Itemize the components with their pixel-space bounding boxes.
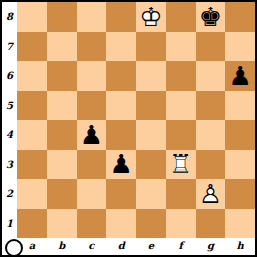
rank-label-7: 7 <box>2 32 17 62</box>
square-a2[interactable] <box>17 179 47 209</box>
rank-label-2: 2 <box>2 179 17 209</box>
square-h7[interactable] <box>225 32 255 62</box>
square-b6[interactable] <box>47 61 77 91</box>
square-d6[interactable] <box>106 61 136 91</box>
rank-label-6: 6 <box>2 61 17 91</box>
square-g5[interactable] <box>196 91 226 121</box>
black-king-icon: ♚ <box>196 2 226 32</box>
file-label-b: b <box>47 238 77 255</box>
square-f3[interactable]: ♜♖ <box>166 150 196 180</box>
square-d4[interactable] <box>106 120 136 150</box>
white-king-icon: ♔ <box>136 2 166 32</box>
square-a5[interactable] <box>17 91 47 121</box>
square-b4[interactable] <box>47 120 77 150</box>
square-d7[interactable] <box>106 32 136 62</box>
rank-label-8: 8 <box>2 2 17 32</box>
square-f8[interactable] <box>166 2 196 32</box>
square-b8[interactable] <box>47 2 77 32</box>
white-pawn-icon: ♙ <box>196 179 226 209</box>
white-rook-icon: ♖ <box>166 150 196 180</box>
square-a8[interactable] <box>17 2 47 32</box>
square-f6[interactable] <box>166 61 196 91</box>
piece-white-pawn-g2[interactable]: ♟♙ <box>196 179 226 209</box>
square-e3[interactable] <box>136 150 166 180</box>
square-a7[interactable] <box>17 32 47 62</box>
square-c1[interactable] <box>77 209 107 239</box>
square-c6[interactable] <box>77 61 107 91</box>
square-d3[interactable]: ♟ <box>106 150 136 180</box>
square-c7[interactable] <box>77 32 107 62</box>
rank-label-4: 4 <box>2 120 17 150</box>
square-a3[interactable] <box>17 150 47 180</box>
square-g3[interactable] <box>196 150 226 180</box>
square-c8[interactable] <box>77 2 107 32</box>
rank-labels: 87654321 <box>2 2 17 238</box>
black-pawn-icon: ♟ <box>106 150 136 180</box>
square-g2[interactable]: ♟♙ <box>196 179 226 209</box>
file-label-c: c <box>77 238 107 255</box>
rank-label-5: 5 <box>2 91 17 121</box>
piece-black-pawn-h6[interactable]: ♟ <box>225 61 255 91</box>
square-g4[interactable] <box>196 120 226 150</box>
rank-label-3: 3 <box>2 150 17 180</box>
square-g6[interactable] <box>196 61 226 91</box>
square-c2[interactable] <box>77 179 107 209</box>
square-f5[interactable] <box>166 91 196 121</box>
square-g1[interactable] <box>196 209 226 239</box>
square-d5[interactable] <box>106 91 136 121</box>
piece-black-pawn-d3[interactable]: ♟ <box>106 150 136 180</box>
square-h2[interactable] <box>225 179 255 209</box>
board: ♚♔♚♟♟♟♜♖♟♙ <box>17 2 255 238</box>
square-h5[interactable] <box>225 91 255 121</box>
black-pawn-icon: ♟ <box>77 120 107 150</box>
square-b7[interactable] <box>47 32 77 62</box>
square-e6[interactable] <box>136 61 166 91</box>
square-g8[interactable]: ♚ <box>196 2 226 32</box>
file-labels: abcdefgh <box>17 238 255 255</box>
square-c4[interactable]: ♟ <box>77 120 107 150</box>
piece-white-king-e8[interactable]: ♚♔ <box>136 2 166 32</box>
square-h6[interactable]: ♟ <box>225 61 255 91</box>
piece-black-king-g8[interactable]: ♚ <box>196 2 226 32</box>
square-g7[interactable] <box>196 32 226 62</box>
square-h3[interactable] <box>225 150 255 180</box>
square-d8[interactable] <box>106 2 136 32</box>
white-to-move-indicator <box>5 239 23 257</box>
square-d1[interactable] <box>106 209 136 239</box>
file-label-f: f <box>166 238 196 255</box>
square-f1[interactable] <box>166 209 196 239</box>
square-e8[interactable]: ♚♔ <box>136 2 166 32</box>
square-f2[interactable] <box>166 179 196 209</box>
square-c3[interactable] <box>77 150 107 180</box>
square-e4[interactable] <box>136 120 166 150</box>
square-b1[interactable] <box>47 209 77 239</box>
square-d2[interactable] <box>106 179 136 209</box>
square-f7[interactable] <box>166 32 196 62</box>
file-label-h: h <box>225 238 255 255</box>
square-c5[interactable] <box>77 91 107 121</box>
piece-black-pawn-c4[interactable]: ♟ <box>77 120 107 150</box>
square-a1[interactable] <box>17 209 47 239</box>
square-a6[interactable] <box>17 61 47 91</box>
square-a4[interactable] <box>17 120 47 150</box>
file-label-d: d <box>106 238 136 255</box>
chess-diagram: 87654321 ♚♔♚♟♟♟♜♖♟♙ abcdefgh <box>0 0 257 257</box>
file-label-g: g <box>196 238 226 255</box>
square-b3[interactable] <box>47 150 77 180</box>
piece-white-rook-f3[interactable]: ♜♖ <box>166 150 196 180</box>
file-label-e: e <box>136 238 166 255</box>
black-pawn-icon: ♟ <box>225 61 255 91</box>
square-h1[interactable] <box>225 209 255 239</box>
square-f4[interactable] <box>166 120 196 150</box>
square-e1[interactable] <box>136 209 166 239</box>
rank-label-1: 1 <box>2 209 17 239</box>
square-e5[interactable] <box>136 91 166 121</box>
square-h4[interactable] <box>225 120 255 150</box>
square-b5[interactable] <box>47 91 77 121</box>
square-h8[interactable] <box>225 2 255 32</box>
square-b2[interactable] <box>47 179 77 209</box>
square-e7[interactable] <box>136 32 166 62</box>
square-e2[interactable] <box>136 179 166 209</box>
